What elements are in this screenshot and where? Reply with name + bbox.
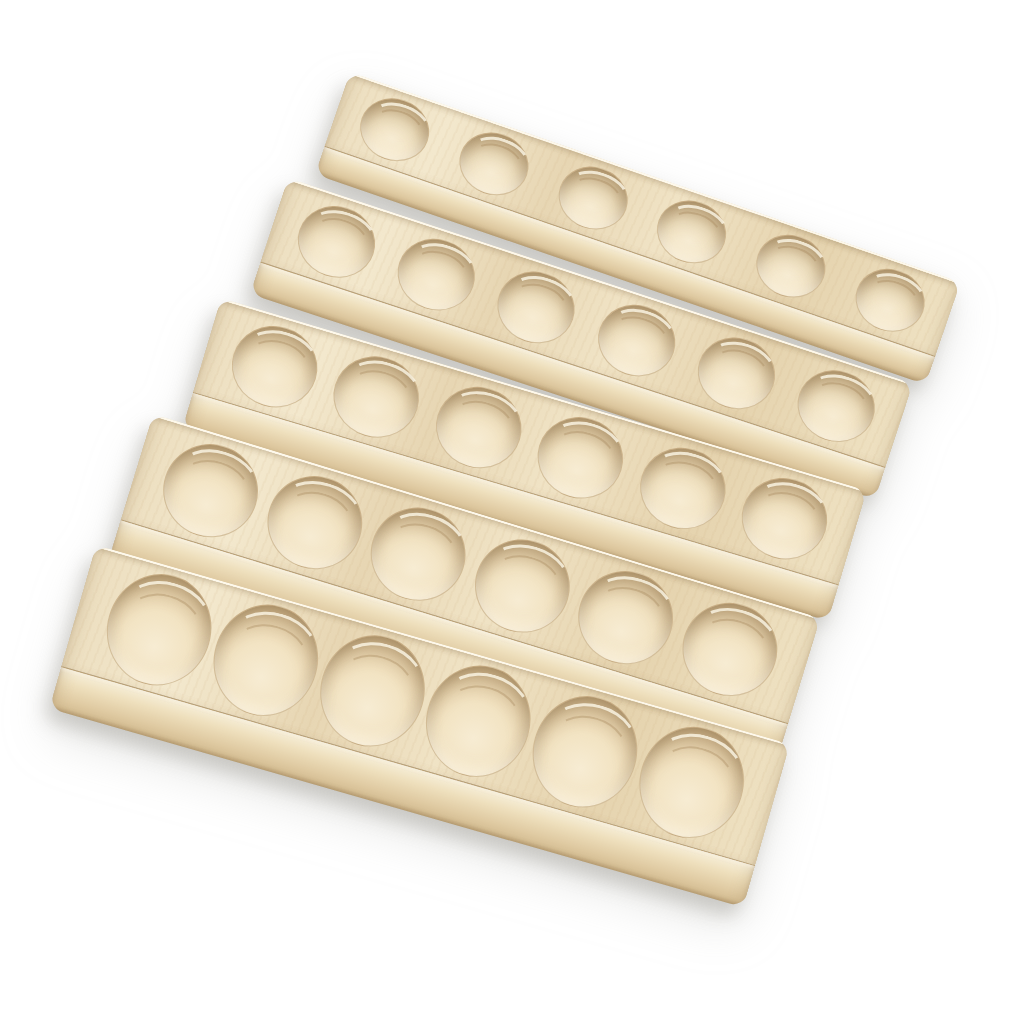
pit-r2c2 <box>388 228 484 320</box>
pit-r5c6 <box>626 714 757 850</box>
pit-r3c4 <box>528 406 634 508</box>
pit-r1c3 <box>550 157 636 238</box>
pit-r3c3 <box>426 376 532 478</box>
pit-r4c5 <box>567 559 685 676</box>
product-photo-scene <box>0 0 1024 1024</box>
pit-r5c1 <box>94 562 225 698</box>
tray-board <box>0 0 1024 1024</box>
pit-r4c6 <box>671 591 789 708</box>
pit-r2c6 <box>788 360 884 452</box>
pit-r4c3 <box>359 495 477 612</box>
pit-r2c1 <box>289 195 385 287</box>
pit-r4c2 <box>256 464 374 581</box>
pit-r1c6 <box>847 260 933 341</box>
pit-r2c5 <box>688 327 784 419</box>
pit-r2c4 <box>588 294 684 386</box>
pit-r5c3 <box>307 623 438 759</box>
pit-r4c1 <box>152 432 270 549</box>
pit-r1c2 <box>451 123 537 204</box>
pit-r3c5 <box>630 437 736 539</box>
pit-r3c2 <box>324 345 430 447</box>
pit-r3c1 <box>222 315 328 417</box>
pit-r1c5 <box>748 225 834 306</box>
pit-r5c2 <box>200 592 331 728</box>
pit-r4c4 <box>463 527 581 644</box>
pit-r1c1 <box>351 89 437 170</box>
pit-r1c4 <box>649 191 735 272</box>
pit-r5c5 <box>520 684 651 820</box>
pit-r3c6 <box>732 467 838 569</box>
pit-r5c4 <box>413 653 544 789</box>
pit-r2c3 <box>488 261 584 353</box>
